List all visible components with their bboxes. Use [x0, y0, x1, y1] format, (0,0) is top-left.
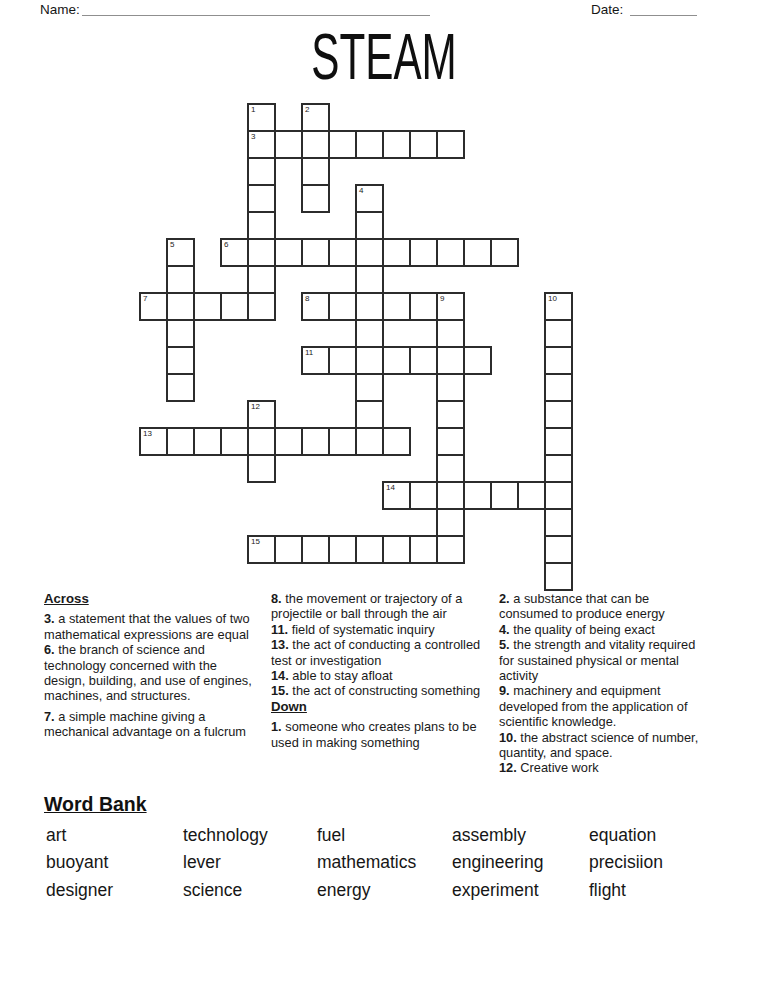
down-heading: Down [271, 699, 490, 714]
clue-number-5: 5 [170, 240, 174, 249]
clue-number-10: 10 [548, 294, 557, 303]
grid-cell-r12c3[interactable] [220, 427, 249, 456]
grid-cell-r11c11[interactable] [436, 400, 465, 429]
grid-cell-r1c4[interactable]: 3 [247, 130, 276, 159]
clue-number-15: 15 [251, 537, 260, 546]
grid-cell-r0c6[interactable]: 2 [301, 103, 330, 132]
grid-cell-r3c4[interactable] [247, 184, 276, 213]
grid-cell-r16c11[interactable] [436, 535, 465, 564]
clue-across-11: 11. field of systematic inquiry [271, 622, 490, 637]
word-bank-list: arttechnologyfuelassemblyequationbuoyant… [46, 822, 722, 904]
grid-cell-r11c8[interactable] [355, 400, 384, 429]
grid-cell-r12c5[interactable] [274, 427, 303, 456]
grid-cell-r14c11[interactable] [436, 481, 465, 510]
grid-cell-r10c8[interactable] [355, 373, 384, 402]
grid-cell-r12c0[interactable]: 13 [139, 427, 168, 456]
clue-number-14: 14 [386, 483, 395, 492]
grid-cell-r9c1[interactable] [166, 346, 195, 375]
grid-cell-r16c15[interactable] [544, 535, 573, 564]
clue-column-2: 8. the movement or trajectory of a proje… [271, 591, 490, 750]
grid-cell-r5c5[interactable] [274, 238, 303, 267]
name-blank-line[interactable] [82, 15, 430, 16]
grid-cell-r3c6[interactable] [301, 184, 330, 213]
grid-cell-r12c11[interactable] [436, 427, 465, 456]
clue-down-2: 2. a substance that can be consumed to p… [499, 591, 711, 622]
word-bank-word-lever: lever [183, 849, 317, 876]
grid-cell-r9c11[interactable] [436, 346, 465, 375]
grid-cell-r12c7[interactable] [328, 427, 357, 456]
clue-column-1: Across3. a statement that the values of … [44, 591, 258, 740]
clue-across-8: 8. the movement or trajectory of a proje… [271, 591, 490, 622]
name-label: Name: [40, 2, 80, 17]
grid-cell-r7c2[interactable] [193, 292, 222, 321]
date-label: Date: [591, 2, 623, 17]
grid-cell-r9c7[interactable] [328, 346, 357, 375]
worksheet-page: Name: Date: STEAM 123456789101112131415 … [0, 0, 768, 994]
grid-cell-r14c9[interactable]: 14 [382, 481, 411, 510]
clue-column-3: 2. a substance that can be consumed to p… [499, 591, 711, 776]
clue-down-10: 10. the abstract science of number, quan… [499, 730, 711, 761]
clue-number-12: 12 [251, 402, 260, 411]
grid-cell-r6c8[interactable] [355, 265, 384, 294]
grid-cell-r5c4[interactable] [247, 238, 276, 267]
word-bank-word-assembly: assembly [452, 822, 589, 849]
grid-cell-r1c6[interactable] [301, 130, 330, 159]
grid-cell-r16c6[interactable] [301, 535, 330, 564]
clue-down-5: 5. the strength and vitality required fo… [499, 637, 711, 683]
crossword-grid: 123456789101112131415 [140, 104, 574, 592]
grid-cell-r12c4[interactable] [247, 427, 276, 456]
grid-cell-r7c11[interactable]: 9 [436, 292, 465, 321]
grid-cell-r0c4[interactable]: 1 [247, 103, 276, 132]
clue-number-3: 3 [251, 132, 255, 141]
clue-number-1: 1 [251, 105, 255, 114]
grid-cell-r5c11[interactable] [436, 238, 465, 267]
grid-cell-r1c11[interactable] [436, 130, 465, 159]
clue-down-9: 9. machinery and equipment developed fro… [499, 683, 711, 729]
grid-cell-r14c13[interactable] [490, 481, 519, 510]
grid-cell-r13c15[interactable] [544, 454, 573, 483]
grid-cell-r10c15[interactable] [544, 373, 573, 402]
grid-cell-r9c8[interactable] [355, 346, 384, 375]
grid-cell-r5c6[interactable] [301, 238, 330, 267]
grid-cell-r16c5[interactable] [274, 535, 303, 564]
clue-across-15: 15. the act of constructing something [271, 683, 490, 698]
grid-cell-r5c1[interactable]: 5 [166, 238, 195, 267]
grid-cell-r1c5[interactable] [274, 130, 303, 159]
word-bank-word-designer: designer [46, 877, 183, 904]
word-bank-word-equation: equation [589, 822, 722, 849]
grid-cell-r12c15[interactable] [544, 427, 573, 456]
grid-cell-r9c12[interactable] [463, 346, 492, 375]
word-bank-word-technology: technology [183, 822, 317, 849]
clue-across-13: 13. the act of conducting a controlled t… [271, 637, 490, 668]
grid-cell-r1c9[interactable] [382, 130, 411, 159]
grid-cell-r12c6[interactable] [301, 427, 330, 456]
grid-cell-r5c8[interactable] [355, 238, 384, 267]
grid-cell-r7c8[interactable] [355, 292, 384, 321]
grid-cell-r4c4[interactable] [247, 211, 276, 240]
grid-cell-r10c1[interactable] [166, 373, 195, 402]
grid-cell-r5c13[interactable] [490, 238, 519, 267]
word-bank-heading: Word Bank [44, 793, 147, 816]
grid-cell-r9c9[interactable] [382, 346, 411, 375]
grid-cell-r7c9[interactable] [382, 292, 411, 321]
grid-cell-r17c15[interactable] [544, 562, 573, 591]
grid-cell-r12c9[interactable] [382, 427, 411, 456]
clue-across-14: 14. able to stay afloat [271, 668, 490, 683]
clue-across-7: 7. a simple machine giving a mechanical … [44, 709, 258, 740]
grid-cell-r7c1[interactable] [166, 292, 195, 321]
clue-number-8: 8 [305, 294, 309, 303]
grid-cell-r2c4[interactable] [247, 157, 276, 186]
clue-number-9: 9 [440, 294, 444, 303]
word-bank-word-art: art [46, 822, 183, 849]
grid-cell-r4c8[interactable] [355, 211, 384, 240]
clue-down-12: 12. Creative work [499, 760, 711, 775]
clue-down-4: 4. the quality of being exact [499, 622, 711, 637]
puzzle-title: STEAM [131, 28, 638, 86]
grid-cell-r15c11[interactable] [436, 508, 465, 537]
grid-cell-r9c15[interactable] [544, 346, 573, 375]
grid-cell-r7c0[interactable]: 7 [139, 292, 168, 321]
grid-cell-r12c2[interactable] [193, 427, 222, 456]
grid-cell-r14c12[interactable] [463, 481, 492, 510]
grid-cell-r1c7[interactable] [328, 130, 357, 159]
grid-cell-r7c3[interactable] [220, 292, 249, 321]
grid-cell-r10c11[interactable] [436, 373, 465, 402]
grid-cell-r5c10[interactable] [409, 238, 438, 267]
word-bank-word-energy: energy [317, 877, 452, 904]
clue-number-6: 6 [224, 240, 228, 249]
grid-cell-r8c8[interactable] [355, 319, 384, 348]
grid-cell-r5c3[interactable]: 6 [220, 238, 249, 267]
word-bank-word-experiment: experiment [452, 877, 589, 904]
word-bank-word-flight: flight [589, 877, 722, 904]
clue-number-2: 2 [305, 105, 309, 114]
grid-cell-r11c4[interactable]: 12 [247, 400, 276, 429]
clue-number-13: 13 [143, 429, 152, 438]
grid-cell-r7c15[interactable]: 10 [544, 292, 573, 321]
grid-cell-r16c8[interactable] [355, 535, 384, 564]
date-blank-line[interactable] [630, 15, 697, 16]
grid-cell-r12c8[interactable] [355, 427, 384, 456]
grid-cell-r11c15[interactable] [544, 400, 573, 429]
grid-cell-r8c15[interactable] [544, 319, 573, 348]
grid-cell-r3c8[interactable]: 4 [355, 184, 384, 213]
grid-cell-r7c4[interactable] [247, 292, 276, 321]
grid-cell-r12c1[interactable] [166, 427, 195, 456]
word-bank-word-engineering: engineering [452, 849, 589, 876]
grid-cell-r7c10[interactable] [409, 292, 438, 321]
grid-cell-r9c10[interactable] [409, 346, 438, 375]
word-bank-word-precisiion: precisiion [589, 849, 722, 876]
clue-number-4: 4 [359, 186, 363, 195]
clue-down-1: 1. someone who creates plans to be used … [271, 719, 490, 750]
word-bank-word-mathematics: mathematics [317, 849, 452, 876]
clue-across-6: 6. the branch of science and technology … [44, 642, 258, 704]
grid-cell-r9c6[interactable]: 11 [301, 346, 330, 375]
clue-number-7: 7 [143, 294, 147, 303]
grid-cell-r14c10[interactable] [409, 481, 438, 510]
word-bank-word-science: science [183, 877, 317, 904]
grid-cell-r14c14[interactable] [517, 481, 546, 510]
grid-cell-r1c8[interactable] [355, 130, 384, 159]
grid-cell-r16c10[interactable] [409, 535, 438, 564]
across-heading: Across [44, 591, 258, 606]
grid-cell-r7c7[interactable] [328, 292, 357, 321]
grid-cell-r1c10[interactable] [409, 130, 438, 159]
grid-cell-r6c1[interactable] [166, 265, 195, 294]
grid-cell-r6c4[interactable] [247, 265, 276, 294]
grid-cell-r13c4[interactable] [247, 454, 276, 483]
clue-across-3: 3. a statement that the values of two ma… [44, 611, 258, 642]
word-bank-word-fuel: fuel [317, 822, 452, 849]
word-bank-word-buoyant: buoyant [46, 849, 183, 876]
grid-cell-r8c1[interactable] [166, 319, 195, 348]
grid-cell-r2c6[interactable] [301, 157, 330, 186]
grid-cell-r8c11[interactable] [436, 319, 465, 348]
grid-cell-r16c7[interactable] [328, 535, 357, 564]
grid-cell-r16c9[interactable] [382, 535, 411, 564]
grid-cell-r15c15[interactable] [544, 508, 573, 537]
grid-cell-r5c7[interactable] [328, 238, 357, 267]
grid-cell-r5c12[interactable] [463, 238, 492, 267]
grid-cell-r13c11[interactable] [436, 454, 465, 483]
grid-cell-r14c15[interactable] [544, 481, 573, 510]
clue-number-11: 11 [305, 348, 313, 357]
grid-cell-r16c4[interactable]: 15 [247, 535, 276, 564]
grid-cell-r5c9[interactable] [382, 238, 411, 267]
grid-cell-r7c6[interactable]: 8 [301, 292, 330, 321]
